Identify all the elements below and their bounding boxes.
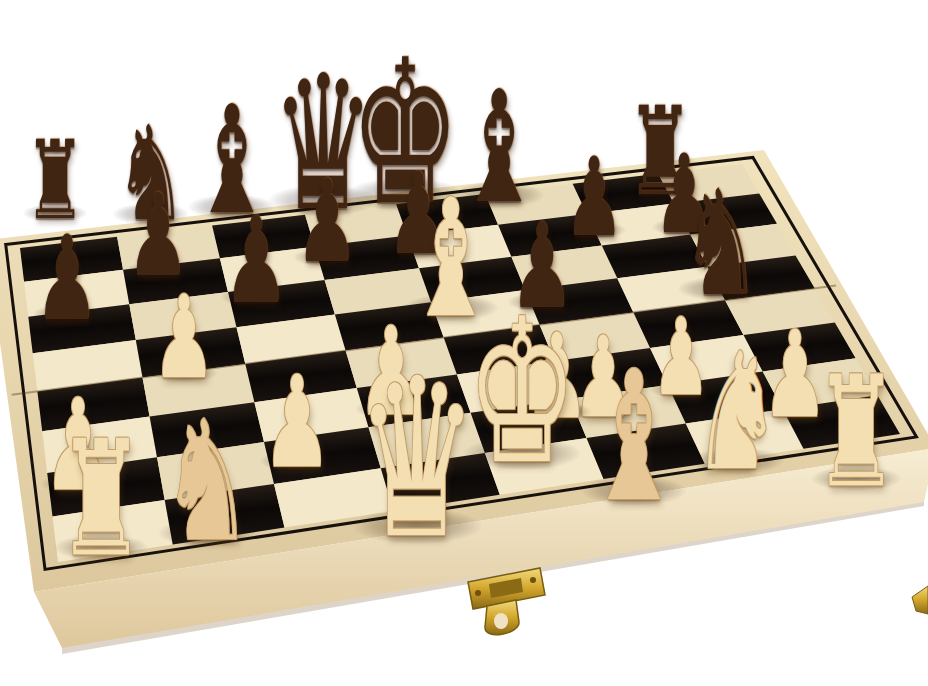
piece-black-pawn-a7[interactable]: ♟ <box>34 220 99 337</box>
piece-white-pawn-c2[interactable]: ♟ <box>262 360 332 486</box>
piece-black-pawn-d7[interactable]: ♟ <box>295 165 359 279</box>
piece-white-bishop-f1[interactable]: ♝ <box>584 347 684 527</box>
piece-white-king-e1[interactable]: ♚ <box>467 293 578 493</box>
piece-white-knight-g1[interactable]: ♞ <box>692 331 782 493</box>
piece-white-pawn-b5[interactable]: ♟ <box>152 281 216 395</box>
chess-set-photo: ♜♚♝♛♝♜♞♟♟♟♟♟♞♟♟♝♟♟♟♟♟♟♟♚♞♟♜♟♝♛♞♜ <box>0 0 928 686</box>
piece-white-rook-a1[interactable]: ♜ <box>57 420 146 580</box>
piece-white-knight-b1[interactable]: ♞ <box>161 399 253 565</box>
piece-black-pawn-c7[interactable]: ♟ <box>223 201 290 321</box>
piece-white-queen-d1[interactable]: ♛ <box>356 350 478 569</box>
piece-white-rook-h1[interactable]: ♜ <box>813 356 898 509</box>
brass-latch[interactable] <box>468 568 928 635</box>
